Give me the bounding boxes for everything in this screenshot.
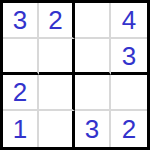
cell-r2c1[interactable] xyxy=(3,39,39,75)
cell-r1c3[interactable] xyxy=(75,3,111,39)
cell-r3c4[interactable] xyxy=(111,75,147,111)
cell-r4c3: 3 xyxy=(75,111,111,147)
cell-r3c3[interactable] xyxy=(75,75,111,111)
cell-r1c2: 2 xyxy=(39,3,75,39)
cell-r1c4: 4 xyxy=(111,3,147,39)
cell-r4c1: 1 xyxy=(3,111,39,147)
cell-r3c2[interactable] xyxy=(39,75,75,111)
sudoku-board: 3 2 4 3 2 1 3 2 xyxy=(0,0,150,150)
cell-r1c1: 3 xyxy=(3,3,39,39)
cell-r2c3[interactable] xyxy=(75,39,111,75)
cell-r3c1: 2 xyxy=(3,75,39,111)
cell-r2c2[interactable] xyxy=(39,39,75,75)
cell-r4c4: 2 xyxy=(111,111,147,147)
cell-r2c4: 3 xyxy=(111,39,147,75)
cell-r4c2[interactable] xyxy=(39,111,75,147)
